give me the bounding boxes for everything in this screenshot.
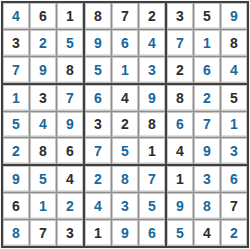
box-6: 825671493 <box>167 85 247 165</box>
sudoku-board: 461325798 872964513 359718264 137549286 … <box>1 1 249 248</box>
cell-r4c1[interactable]: 1 <box>3 85 29 111</box>
cell-r9c9[interactable]: 2 <box>221 220 247 246</box>
cell-r6c5[interactable]: 5 <box>112 138 138 164</box>
cell-r2c9[interactable]: 8 <box>221 30 247 56</box>
cell-r7c3[interactable]: 4 <box>57 166 83 192</box>
cell-r4c2[interactable]: 3 <box>30 85 56 111</box>
cell-r9c1[interactable]: 8 <box>3 220 29 246</box>
cell-r6c8[interactable]: 9 <box>194 138 220 164</box>
cell-r4c5[interactable]: 4 <box>112 85 138 111</box>
cell-r6c6[interactable]: 1 <box>139 138 165 164</box>
cell-r6c4[interactable]: 7 <box>85 138 111 164</box>
cell-r5c4[interactable]: 3 <box>85 112 111 138</box>
cell-r9c4[interactable]: 1 <box>85 220 111 246</box>
cell-r9c3[interactable]: 3 <box>57 220 83 246</box>
cell-r6c2[interactable]: 8 <box>30 138 56 164</box>
cell-r7c2[interactable]: 5 <box>30 166 56 192</box>
cell-r7c6[interactable]: 7 <box>139 166 165 192</box>
cell-r2c5[interactable]: 6 <box>112 30 138 56</box>
cell-r6c3[interactable]: 6 <box>57 138 83 164</box>
cell-r5c3[interactable]: 9 <box>57 112 83 138</box>
cell-r7c1[interactable]: 9 <box>3 166 29 192</box>
cell-r8c1[interactable]: 6 <box>3 193 29 219</box>
cell-r2c7[interactable]: 7 <box>167 30 193 56</box>
cell-r2c8[interactable]: 1 <box>194 30 220 56</box>
cell-r6c7[interactable]: 4 <box>167 138 193 164</box>
cell-r4c7[interactable]: 8 <box>167 85 193 111</box>
cell-r2c6[interactable]: 4 <box>139 30 165 56</box>
cell-r5c1[interactable]: 5 <box>3 112 29 138</box>
cell-r7c5[interactable]: 8 <box>112 166 138 192</box>
cell-r4c4[interactable]: 6 <box>85 85 111 111</box>
cell-r1c3[interactable]: 1 <box>57 3 83 29</box>
cell-r1c9[interactable]: 9 <box>221 3 247 29</box>
cell-r7c8[interactable]: 3 <box>194 166 220 192</box>
cell-r8c3[interactable]: 2 <box>57 193 83 219</box>
cell-r3c5[interactable]: 1 <box>112 57 138 83</box>
cell-r7c9[interactable]: 6 <box>221 166 247 192</box>
cell-r5c8[interactable]: 7 <box>194 112 220 138</box>
cell-r1c5[interactable]: 7 <box>112 3 138 29</box>
cell-r3c8[interactable]: 6 <box>194 57 220 83</box>
box-9: 136987542 <box>167 166 247 246</box>
cell-r6c1[interactable]: 2 <box>3 138 29 164</box>
cell-r8c2[interactable]: 1 <box>30 193 56 219</box>
cell-r8c8[interactable]: 8 <box>194 193 220 219</box>
cell-r1c8[interactable]: 5 <box>194 3 220 29</box>
cell-r3c1[interactable]: 7 <box>3 57 29 83</box>
cell-r2c3[interactable]: 5 <box>57 30 83 56</box>
cell-r8c4[interactable]: 4 <box>85 193 111 219</box>
cell-r2c1[interactable]: 3 <box>3 30 29 56</box>
box-8: 287435196 <box>85 166 165 246</box>
box-4: 137549286 <box>3 85 83 165</box>
cell-r8c5[interactable]: 3 <box>112 193 138 219</box>
cell-r8c7[interactable]: 9 <box>167 193 193 219</box>
cell-r9c5[interactable]: 9 <box>112 220 138 246</box>
cell-r9c6[interactable]: 6 <box>139 220 165 246</box>
cell-r8c6[interactable]: 5 <box>139 193 165 219</box>
cell-r9c8[interactable]: 4 <box>194 220 220 246</box>
cell-r3c3[interactable]: 8 <box>57 57 83 83</box>
box-2: 872964513 <box>85 3 165 83</box>
cell-r5c5[interactable]: 2 <box>112 112 138 138</box>
cell-r9c2[interactable]: 7 <box>30 220 56 246</box>
cell-r5c7[interactable]: 6 <box>167 112 193 138</box>
cell-r7c7[interactable]: 1 <box>167 166 193 192</box>
cell-r3c6[interactable]: 3 <box>139 57 165 83</box>
cell-r9c7[interactable]: 5 <box>167 220 193 246</box>
cell-r1c4[interactable]: 8 <box>85 3 111 29</box>
cell-r5c2[interactable]: 4 <box>30 112 56 138</box>
cell-r1c1[interactable]: 4 <box>3 3 29 29</box>
cell-r3c7[interactable]: 2 <box>167 57 193 83</box>
cell-r5c6[interactable]: 8 <box>139 112 165 138</box>
cell-r2c2[interactable]: 2 <box>30 30 56 56</box>
cell-r4c6[interactable]: 9 <box>139 85 165 111</box>
box-1: 461325798 <box>3 3 83 83</box>
cell-r5c9[interactable]: 1 <box>221 112 247 138</box>
cell-r4c9[interactable]: 5 <box>221 85 247 111</box>
cell-r8c9[interactable]: 7 <box>221 193 247 219</box>
cell-r1c6[interactable]: 2 <box>139 3 165 29</box>
cell-r4c3[interactable]: 7 <box>57 85 83 111</box>
cell-r4c8[interactable]: 2 <box>194 85 220 111</box>
cell-r3c2[interactable]: 9 <box>30 57 56 83</box>
box-5: 649328751 <box>85 85 165 165</box>
cell-r3c4[interactable]: 5 <box>85 57 111 83</box>
box-3: 359718264 <box>167 3 247 83</box>
cell-r1c7[interactable]: 3 <box>167 3 193 29</box>
cell-r7c4[interactable]: 2 <box>85 166 111 192</box>
cell-r2c4[interactable]: 9 <box>85 30 111 56</box>
cell-r6c9[interactable]: 3 <box>221 138 247 164</box>
cell-r3c9[interactable]: 4 <box>221 57 247 83</box>
cell-r1c2[interactable]: 6 <box>30 3 56 29</box>
box-7: 954612873 <box>3 166 83 246</box>
